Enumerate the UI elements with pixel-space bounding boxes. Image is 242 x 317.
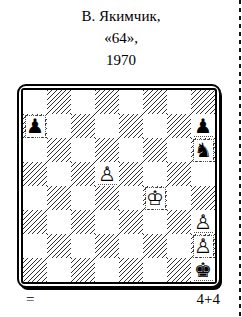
black-pawn-a7[interactable]: ♟ (26, 116, 45, 137)
square-f1[interactable] (143, 258, 167, 282)
square-h4[interactable] (191, 186, 215, 210)
material-count: 4+4 (197, 291, 221, 308)
square-g1[interactable] (167, 258, 191, 282)
page-edge-dashed-line (239, 0, 241, 317)
square-b8[interactable] (47, 90, 71, 114)
white-pawn-h2[interactable]: ♙ (194, 236, 213, 257)
square-a1[interactable] (23, 258, 47, 282)
square-h3[interactable]: ♙ (191, 210, 215, 234)
square-a6[interactable] (23, 138, 47, 162)
square-h6[interactable]: ♞ (191, 138, 215, 162)
chess-diagram: ♟♟♞♙♔♙♙♚ (17, 84, 221, 288)
square-b4[interactable] (47, 186, 71, 210)
square-b6[interactable] (47, 138, 71, 162)
square-g5[interactable] (167, 162, 191, 186)
black-king-h1[interactable]: ♚ (194, 259, 213, 281)
black-knight-h6[interactable]: ♞ (194, 140, 213, 161)
square-g2[interactable] (167, 234, 191, 258)
board-outer-frame: ♟♟♞♙♔♙♙♚ (17, 84, 221, 288)
square-e3[interactable] (119, 210, 143, 234)
square-f5[interactable] (143, 162, 167, 186)
square-e6[interactable] (119, 138, 143, 162)
white-pawn-h3[interactable]: ♙ (194, 211, 213, 233)
stipulation-draw: = (17, 291, 34, 308)
square-a2[interactable] (23, 234, 47, 258)
square-a7[interactable]: ♟ (23, 114, 47, 138)
square-a8[interactable] (23, 90, 47, 114)
square-h1[interactable]: ♚ (191, 258, 215, 282)
square-h2[interactable]: ♙ (191, 234, 215, 258)
square-a3[interactable] (23, 210, 47, 234)
square-c5[interactable] (71, 162, 95, 186)
square-g4[interactable] (167, 186, 191, 210)
square-f4[interactable]: ♔ (143, 186, 167, 210)
square-b7[interactable] (47, 114, 71, 138)
square-g6[interactable] (167, 138, 191, 162)
square-e5[interactable] (119, 162, 143, 186)
square-d6[interactable] (95, 138, 119, 162)
square-c4[interactable] (71, 186, 95, 210)
square-g8[interactable] (167, 90, 191, 114)
square-h7[interactable]: ♟ (191, 114, 215, 138)
square-f6[interactable] (143, 138, 167, 162)
diagram-caption: = 4+4 (17, 291, 221, 308)
square-d5[interactable]: ♙ (95, 162, 119, 186)
square-c6[interactable] (71, 138, 95, 162)
square-b5[interactable] (47, 162, 71, 186)
square-d8[interactable] (95, 90, 119, 114)
publication-year: 1970 (0, 49, 242, 71)
square-b3[interactable] (47, 210, 71, 234)
square-a5[interactable] (23, 162, 47, 186)
square-b1[interactable] (47, 258, 71, 282)
square-e2[interactable] (119, 234, 143, 258)
square-a4[interactable] (23, 186, 47, 210)
square-d1[interactable] (95, 258, 119, 282)
problem-header: В. Якимчик, «64», 1970 (0, 0, 242, 71)
square-d2[interactable] (95, 234, 119, 258)
square-d4[interactable] (95, 186, 119, 210)
square-g7[interactable] (167, 114, 191, 138)
square-f3[interactable] (143, 210, 167, 234)
square-f8[interactable] (143, 90, 167, 114)
square-g3[interactable] (167, 210, 191, 234)
square-e8[interactable] (119, 90, 143, 114)
board-inner-frame: ♟♟♞♙♔♙♙♚ (21, 88, 217, 284)
square-c7[interactable] (71, 114, 95, 138)
white-pawn-d5[interactable]: ♙ (98, 163, 117, 185)
square-d7[interactable] (95, 114, 119, 138)
square-e1[interactable] (119, 258, 143, 282)
square-h8[interactable] (191, 90, 215, 114)
white-king-f4[interactable]: ♔ (146, 188, 165, 209)
chess-board[interactable]: ♟♟♞♙♔♙♙♚ (23, 90, 215, 282)
black-pawn-h7[interactable]: ♟ (194, 115, 213, 137)
square-d3[interactable] (95, 210, 119, 234)
square-c2[interactable] (71, 234, 95, 258)
square-f7[interactable] (143, 114, 167, 138)
square-b2[interactable] (47, 234, 71, 258)
square-c8[interactable] (71, 90, 95, 114)
square-e4[interactable] (119, 186, 143, 210)
publication-source: «64», (0, 27, 242, 49)
square-c1[interactable] (71, 258, 95, 282)
square-e7[interactable] (119, 114, 143, 138)
square-f2[interactable] (143, 234, 167, 258)
square-c3[interactable] (71, 210, 95, 234)
composer-name: В. Якимчик, (0, 5, 242, 27)
square-h5[interactable] (191, 162, 215, 186)
